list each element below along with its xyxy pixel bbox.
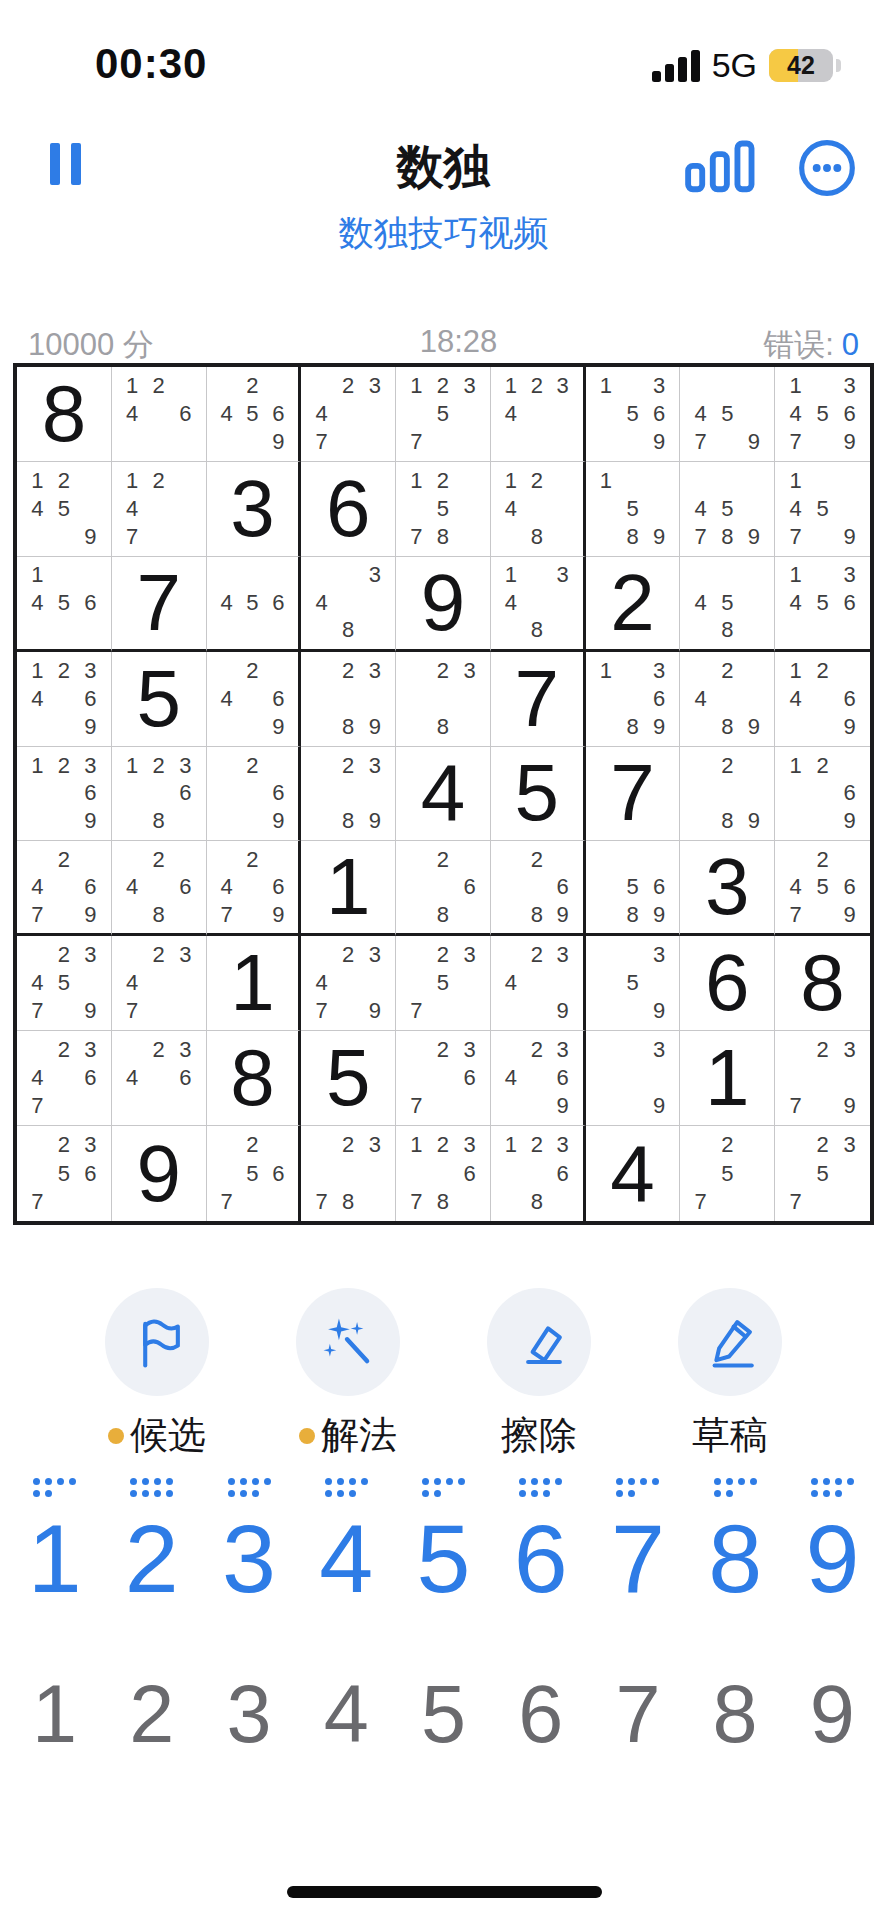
cell-r8c4[interactable]: 5: [301, 1031, 396, 1126]
cell-r7c7[interactable]: 359: [586, 936, 681, 1031]
pencil-marks: 1246: [112, 367, 206, 461]
given-digit: 3: [680, 841, 774, 933]
pencil-marks: 123469: [17, 652, 111, 746]
numpad-digit: 1: [28, 1508, 82, 1610]
draft-key-9[interactable]: 9: [784, 1668, 881, 1761]
cell-r3c7[interactable]: 2: [586, 557, 681, 652]
cell-r1c7[interactable]: 13569: [586, 367, 681, 462]
score-label: 10000 分: [28, 324, 154, 366]
pencil-marks: 238: [396, 652, 490, 746]
tutorial-video-link[interactable]: 数独技巧视频: [0, 210, 887, 257]
cell-r6c5[interactable]: 268: [396, 841, 491, 936]
timer-label: 18:28: [420, 324, 498, 366]
pencil-marks: 23479: [301, 936, 395, 1030]
battery-percent: 42: [769, 49, 833, 82]
numpad-key-6[interactable]: 6: [492, 1478, 589, 1610]
given-digit: 7: [491, 652, 583, 746]
pencil-marks: 13456: [775, 557, 870, 649]
given-digit: 2: [586, 557, 680, 649]
cell-r6c3[interactable]: 24679: [207, 841, 302, 936]
cell-r8c6[interactable]: 23469: [491, 1031, 586, 1126]
candidates-label: 候选: [130, 1410, 206, 1461]
cell-r5c8[interactable]: 289: [680, 747, 775, 842]
cell-r8c9[interactable]: 2379: [775, 1031, 870, 1126]
draft-key-4[interactable]: 4: [298, 1668, 395, 1761]
given-digit: 5: [112, 652, 206, 746]
cell-r2c2[interactable]: 1247: [112, 462, 207, 557]
cell-r2c5[interactable]: 12578: [396, 462, 491, 557]
errors-label: 错误:0: [763, 324, 859, 366]
cell-r9c2[interactable]: 9: [112, 1126, 207, 1221]
pencil-marks: 456: [207, 557, 299, 649]
pencil-marks: 2349: [491, 936, 583, 1030]
cell-r1c4[interactable]: 2347: [301, 367, 396, 462]
pencil-marks: 12469: [775, 652, 870, 746]
given-digit: 1: [301, 841, 395, 933]
pencil-marks: 245679: [775, 841, 870, 933]
cell-r6c4[interactable]: 1: [301, 841, 396, 936]
cell-r9c8[interactable]: 257: [680, 1126, 775, 1221]
cell-r9c9[interactable]: 2357: [775, 1126, 870, 1221]
flag-icon: [128, 1313, 186, 1371]
pencil-marks: 458: [680, 557, 774, 649]
numpad-key-3[interactable]: 3: [200, 1478, 297, 1610]
numpad-key-4[interactable]: 4: [298, 1478, 395, 1610]
cell-r4c7[interactable]: 13689: [586, 652, 681, 747]
solve-label: 解法: [321, 1410, 397, 1461]
cell-r7c9[interactable]: 8: [775, 936, 870, 1031]
pencil-marks: 12357: [396, 367, 490, 461]
cell-r8c2[interactable]: 2346: [112, 1031, 207, 1126]
cell-r1c8[interactable]: 4579: [680, 367, 775, 462]
pencil-marks: 12368: [112, 747, 206, 841]
numpad-key-7[interactable]: 7: [589, 1478, 686, 1610]
network-type-label: 5G: [712, 46, 757, 85]
pencil-marks: 2347: [112, 936, 206, 1030]
pencil-marks: 1269: [775, 747, 870, 841]
cell-r2c7[interactable]: 1589: [586, 462, 681, 557]
cell-r3c5[interactable]: 9: [396, 557, 491, 652]
pencil-marks: 2567: [207, 1126, 299, 1221]
cell-r8c1[interactable]: 23467: [17, 1031, 112, 1126]
pencil-marks: 2489: [680, 652, 774, 746]
pencil-marks: 12368: [491, 1126, 583, 1221]
pencil-marks: 24569: [207, 367, 299, 461]
cell-r3c3[interactable]: 456: [207, 557, 302, 652]
pencil-marks: 2347: [301, 367, 395, 461]
pencil-marks: 2346: [112, 1031, 206, 1125]
pencil-marks: 2378: [301, 1126, 395, 1221]
more-options-button[interactable]: [797, 138, 857, 198]
pencil-marks: 13569: [586, 367, 680, 461]
given-digit: 7: [586, 747, 680, 841]
cell-r2c3[interactable]: 3: [207, 462, 302, 557]
battery-icon: 42: [769, 49, 833, 82]
given-digit: 8: [207, 1031, 299, 1125]
pencil-marks: 234579: [17, 936, 111, 1030]
cell-r4c5[interactable]: 238: [396, 652, 491, 747]
pencil-marks: 14579: [775, 462, 870, 556]
pencil-marks: 2357: [396, 936, 490, 1030]
draft-number-pad: 123456789: [6, 1668, 881, 1761]
sudoku-grid: 8124624569234712357123413569457913456791…: [13, 363, 874, 1225]
pencil-marks: 257: [680, 1126, 774, 1221]
given-digit: 3: [207, 462, 299, 556]
cell-r5c6[interactable]: 5: [491, 747, 586, 842]
cell-r4c8[interactable]: 2489: [680, 652, 775, 747]
pencil-marks: 1589: [586, 462, 680, 556]
given-digit: 6: [680, 936, 774, 1030]
candidates-active-dot: [108, 1428, 124, 1444]
cell-r4c2[interactable]: 5: [112, 652, 207, 747]
draft-key-7[interactable]: 7: [589, 1668, 686, 1761]
cell-r5c4[interactable]: 2389: [301, 747, 396, 842]
cell-r9c5[interactable]: 123678: [396, 1126, 491, 1221]
cell-r7c1[interactable]: 234579: [17, 936, 112, 1031]
cell-r3c6[interactable]: 1348: [491, 557, 586, 652]
draft-key-8[interactable]: 8: [687, 1668, 784, 1761]
cell-r5c5[interactable]: 4: [396, 747, 491, 842]
pencil-marks: 24679: [17, 841, 111, 933]
cell-r9c1[interactable]: 23567: [17, 1126, 112, 1221]
cell-r8c7[interactable]: 39: [586, 1031, 681, 1126]
cell-r6c8[interactable]: 3: [680, 841, 775, 936]
draft-label: 草稿: [692, 1410, 768, 1461]
pencil-marks: 269: [207, 747, 299, 841]
cell-r7c2[interactable]: 2347: [112, 936, 207, 1031]
cell-r5c7[interactable]: 7: [586, 747, 681, 842]
pencil-marks: 289: [680, 747, 774, 841]
pencil-marks: 1456: [17, 557, 111, 649]
wand-icon: [319, 1313, 377, 1371]
pencil-marks: 24679: [207, 841, 299, 933]
cell-r4c6[interactable]: 7: [491, 652, 586, 747]
numpad-digit: 6: [514, 1508, 568, 1610]
cell-r6c6[interactable]: 2689: [491, 841, 586, 936]
pencil-marks: 2689: [491, 841, 583, 933]
pencil-marks: 39: [586, 1031, 680, 1125]
pencil-marks: 1248: [491, 462, 583, 556]
pencil-marks: 12369: [17, 747, 111, 841]
pencil-icon: [701, 1313, 759, 1371]
cell-r7c4[interactable]: 23479: [301, 936, 396, 1031]
cell-r9c3[interactable]: 2567: [207, 1126, 302, 1221]
cell-r1c6[interactable]: 1234: [491, 367, 586, 462]
pencil-marks: 123678: [396, 1126, 490, 1221]
cell-r4c1[interactable]: 123469: [17, 652, 112, 747]
number-pad: 123456789: [6, 1478, 881, 1610]
cell-r6c2[interactable]: 2468: [112, 841, 207, 936]
draft-key-3[interactable]: 3: [200, 1668, 297, 1761]
cell-r8c5[interactable]: 2367: [396, 1031, 491, 1126]
cell-r5c9[interactable]: 1269: [775, 747, 870, 842]
pencil-marks: 359: [586, 936, 680, 1030]
pencil-marks: 2468: [112, 841, 206, 933]
stats-button[interactable]: [683, 140, 759, 194]
given-digit: 5: [491, 747, 583, 841]
cell-r3c2[interactable]: 7: [112, 557, 207, 652]
pencil-marks: 2389: [301, 747, 395, 841]
cell-r3c8[interactable]: 458: [680, 557, 775, 652]
pencil-marks: 1348: [491, 557, 583, 649]
given-digit: 8: [775, 936, 870, 1030]
cell-r1c5[interactable]: 12357: [396, 367, 491, 462]
given-digit: 1: [680, 1031, 774, 1125]
given-digit: 5: [301, 1031, 395, 1125]
cell-r8c8[interactable]: 1: [680, 1031, 775, 1126]
cell-r2c8[interactable]: 45789: [680, 462, 775, 557]
numpad-digit: 9: [805, 1508, 859, 1610]
pencil-marks: 23469: [491, 1031, 583, 1125]
pencil-marks: 4579: [680, 367, 774, 461]
numpad-digit: 3: [222, 1508, 276, 1610]
pencil-marks: 12578: [396, 462, 490, 556]
cell-r3c4[interactable]: 348: [301, 557, 396, 652]
solve-active-dot: [299, 1428, 315, 1444]
errors-count: 0: [842, 327, 859, 362]
numpad-key-2[interactable]: 2: [103, 1478, 200, 1610]
signal-strength-icon: [652, 49, 700, 82]
cell-r9c6[interactable]: 12368: [491, 1126, 586, 1221]
cell-r2c1[interactable]: 12459: [17, 462, 112, 557]
numpad-digit: 5: [417, 1508, 471, 1610]
cell-r6c9[interactable]: 245679: [775, 841, 870, 936]
erase-label: 擦除: [501, 1410, 577, 1461]
given-digit: 1: [207, 936, 299, 1030]
pencil-marks: 2389: [301, 652, 395, 746]
given-digit: 9: [396, 557, 490, 649]
numpad-digit: 8: [708, 1508, 762, 1610]
pencil-marks: 1247: [112, 462, 206, 556]
cell-r7c3[interactable]: 1: [207, 936, 302, 1031]
draft-key-5[interactable]: 5: [395, 1668, 492, 1761]
home-indicator[interactable]: [287, 1886, 602, 1898]
erase-button[interactable]: 擦除: [487, 1288, 591, 1461]
cell-r2c4[interactable]: 6: [301, 462, 396, 557]
numpad-key-5[interactable]: 5: [395, 1478, 492, 1610]
cell-r7c6[interactable]: 2349: [491, 936, 586, 1031]
given-digit: 6: [301, 462, 395, 556]
numpad-key-1[interactable]: 1: [6, 1478, 103, 1610]
cell-r9c7[interactable]: 4: [586, 1126, 681, 1221]
cell-r5c3[interactable]: 269: [207, 747, 302, 842]
cell-r4c3[interactable]: 2469: [207, 652, 302, 747]
given-digit: 7: [112, 557, 206, 649]
cell-r7c5[interactable]: 2357: [396, 936, 491, 1031]
draft-button[interactable]: 草稿: [678, 1288, 782, 1461]
status-time: 00:30: [95, 40, 207, 88]
cell-r3c9[interactable]: 13456: [775, 557, 870, 652]
solve-button[interactable]: 解法: [296, 1288, 400, 1461]
pencil-marks: 2357: [775, 1126, 870, 1221]
cell-r4c9[interactable]: 12469: [775, 652, 870, 747]
pencil-marks: 45789: [680, 462, 774, 556]
pencil-marks: 12459: [17, 462, 111, 556]
given-digit: 9: [112, 1126, 206, 1221]
cell-r5c1[interactable]: 12369: [17, 747, 112, 842]
numpad-digit: 7: [611, 1508, 665, 1610]
pencil-marks: 348: [301, 557, 395, 649]
pencil-marks: 1345679: [775, 367, 870, 461]
cell-r9c4[interactable]: 2378: [301, 1126, 396, 1221]
cell-r1c1[interactable]: 8: [17, 367, 112, 462]
draft-key-1[interactable]: 1: [6, 1668, 103, 1761]
numpad-key-9[interactable]: 9: [784, 1478, 881, 1610]
draft-key-6[interactable]: 6: [492, 1668, 589, 1761]
cell-r1c3[interactable]: 24569: [207, 367, 302, 462]
pencil-marks: 1234: [491, 367, 583, 461]
numpad-digit: 2: [125, 1508, 179, 1610]
pencil-marks: 23567: [17, 1126, 111, 1221]
draft-key-2[interactable]: 2: [103, 1668, 200, 1761]
cell-r8c3[interactable]: 8: [207, 1031, 302, 1126]
pencil-marks: 13689: [586, 652, 680, 746]
numpad-key-8[interactable]: 8: [687, 1478, 784, 1610]
cell-r5c2[interactable]: 12368: [112, 747, 207, 842]
cell-r2c6[interactable]: 1248: [491, 462, 586, 557]
given-digit: 8: [17, 367, 111, 461]
ellipsis-circle-icon: [797, 138, 857, 198]
cell-r1c9[interactable]: 1345679: [775, 367, 870, 462]
cell-r4c4[interactable]: 2389: [301, 652, 396, 747]
candidates-button[interactable]: 候选: [105, 1288, 209, 1461]
pencil-marks: 5689: [586, 841, 680, 933]
battery-nub: [836, 59, 841, 72]
given-digit: 4: [396, 747, 490, 841]
pencil-marks: 23467: [17, 1031, 111, 1125]
eraser-icon: [510, 1313, 568, 1371]
cell-r3c1[interactable]: 1456: [17, 557, 112, 652]
cell-r6c1[interactable]: 24679: [17, 841, 112, 936]
bar-chart-icon: [683, 140, 759, 194]
numpad-digit: 4: [319, 1508, 373, 1610]
given-digit: 4: [586, 1126, 680, 1221]
pencil-marks: 2469: [207, 652, 299, 746]
pencil-marks: 2367: [396, 1031, 490, 1125]
pencil-marks: 268: [396, 841, 490, 933]
cell-r1c2[interactable]: 1246: [112, 367, 207, 462]
cell-r7c8[interactable]: 6: [680, 936, 775, 1031]
pencil-marks: 2379: [775, 1031, 870, 1125]
cell-r2c9[interactable]: 14579: [775, 462, 870, 557]
cell-r6c7[interactable]: 5689: [586, 841, 681, 936]
